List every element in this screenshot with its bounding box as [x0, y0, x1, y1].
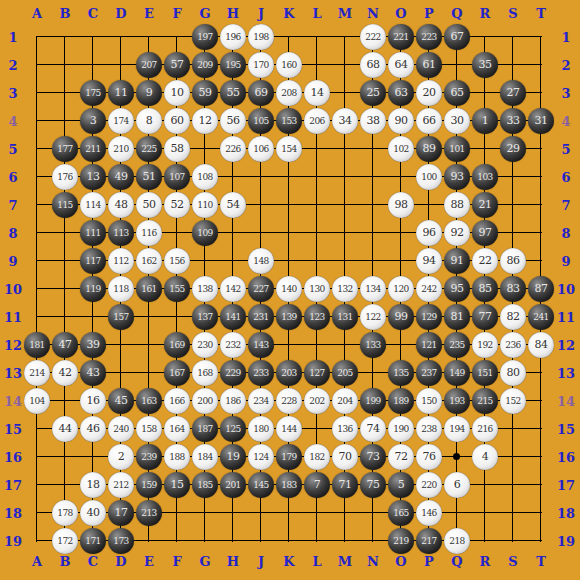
black-stone-P13[interactable]: 237	[416, 360, 442, 386]
white-stone-K5[interactable]: 154	[276, 136, 302, 162]
white-stone-B15[interactable]: 44	[52, 416, 78, 442]
intersection-H10[interactable]: 142	[219, 275, 247, 303]
black-stone-O19[interactable]: 219	[388, 528, 414, 554]
intersection-R4[interactable]: 1	[471, 107, 499, 135]
intersection-K17[interactable]: 183	[275, 471, 303, 499]
white-stone-F4[interactable]: 60	[164, 108, 190, 134]
intersection-E4[interactable]: 8	[135, 107, 163, 135]
black-stone-O17[interactable]: 5	[388, 472, 414, 498]
white-stone-B18[interactable]: 178	[52, 500, 78, 526]
intersection-H12[interactable]: 232	[219, 331, 247, 359]
intersection-R15[interactable]: 216	[471, 415, 499, 443]
intersection-R10[interactable]: 85	[471, 275, 499, 303]
intersection-N15[interactable]: 74	[359, 415, 387, 443]
intersection-E18[interactable]: 213	[135, 499, 163, 527]
black-stone-R2[interactable]: 35	[472, 52, 498, 78]
intersection-H19[interactable]	[219, 527, 247, 555]
black-stone-R14[interactable]: 215	[472, 388, 498, 414]
intersection-T17[interactable]	[527, 471, 555, 499]
white-stone-P15[interactable]: 238	[416, 416, 442, 442]
intersection-H18[interactable]	[219, 499, 247, 527]
black-stone-K11[interactable]: 139	[276, 304, 302, 330]
intersection-N2[interactable]: 68	[359, 51, 387, 79]
intersection-O3[interactable]: 63	[387, 79, 415, 107]
intersection-Q5[interactable]: 101	[443, 135, 471, 163]
intersection-H11[interactable]: 141	[219, 303, 247, 331]
intersection-B17[interactable]	[51, 471, 79, 499]
intersection-F1[interactable]	[163, 23, 191, 51]
intersection-H8[interactable]	[219, 219, 247, 247]
intersection-O7[interactable]: 98	[387, 191, 415, 219]
intersection-N16[interactable]: 73	[359, 443, 387, 471]
black-stone-E2[interactable]: 207	[136, 52, 162, 78]
intersection-N5[interactable]	[359, 135, 387, 163]
intersection-Q13[interactable]: 149	[443, 359, 471, 387]
intersection-R5[interactable]	[471, 135, 499, 163]
intersection-K19[interactable]	[275, 527, 303, 555]
white-stone-D5[interactable]: 210	[108, 136, 134, 162]
black-stone-C4[interactable]: 3	[80, 108, 106, 134]
black-stone-L11[interactable]: 123	[304, 304, 330, 330]
black-stone-B7[interactable]: 115	[52, 192, 78, 218]
intersection-F13[interactable]: 167	[163, 359, 191, 387]
intersection-P17[interactable]: 220	[415, 471, 443, 499]
intersection-D5[interactable]: 210	[107, 135, 135, 163]
intersection-R7[interactable]: 21	[471, 191, 499, 219]
intersection-G18[interactable]	[191, 499, 219, 527]
black-stone-G1[interactable]: 197	[192, 24, 218, 50]
intersection-P4[interactable]: 66	[415, 107, 443, 135]
white-stone-S12[interactable]: 236	[500, 332, 526, 358]
intersection-E17[interactable]: 159	[135, 471, 163, 499]
intersection-S18[interactable]	[499, 499, 527, 527]
intersection-O10[interactable]: 120	[387, 275, 415, 303]
black-stone-G17[interactable]: 185	[192, 472, 218, 498]
intersection-E10[interactable]: 161	[135, 275, 163, 303]
intersection-F5[interactable]: 58	[163, 135, 191, 163]
black-stone-B5[interactable]: 177	[52, 136, 78, 162]
intersection-L2[interactable]	[303, 51, 331, 79]
white-stone-F3[interactable]: 10	[164, 80, 190, 106]
black-stone-T4[interactable]: 31	[528, 108, 554, 134]
white-stone-P3[interactable]: 20	[416, 80, 442, 106]
black-stone-F6[interactable]: 107	[164, 164, 190, 190]
white-stone-J9[interactable]: 148	[248, 248, 274, 274]
intersection-Q6[interactable]: 93	[443, 163, 471, 191]
intersection-S13[interactable]: 80	[499, 359, 527, 387]
white-stone-A14[interactable]: 104	[24, 388, 50, 414]
white-stone-P16[interactable]: 76	[416, 444, 442, 470]
black-stone-D3[interactable]: 11	[108, 80, 134, 106]
intersection-G12[interactable]: 230	[191, 331, 219, 359]
intersection-S8[interactable]	[499, 219, 527, 247]
intersection-D13[interactable]	[107, 359, 135, 387]
intersection-N13[interactable]	[359, 359, 387, 387]
white-stone-G10[interactable]: 138	[192, 276, 218, 302]
white-stone-E15[interactable]: 158	[136, 416, 162, 442]
intersection-A2[interactable]	[23, 51, 51, 79]
black-stone-N12[interactable]: 133	[360, 332, 386, 358]
intersection-H5[interactable]: 226	[219, 135, 247, 163]
intersection-J2[interactable]: 170	[247, 51, 275, 79]
black-stone-H15[interactable]: 125	[220, 416, 246, 442]
white-stone-C7[interactable]: 114	[80, 192, 106, 218]
intersection-Q4[interactable]: 30	[443, 107, 471, 135]
intersection-T8[interactable]	[527, 219, 555, 247]
white-stone-N1[interactable]: 222	[360, 24, 386, 50]
intersection-C4[interactable]: 3	[79, 107, 107, 135]
intersection-L5[interactable]	[303, 135, 331, 163]
intersection-K3[interactable]: 208	[275, 79, 303, 107]
intersection-A4[interactable]	[23, 107, 51, 135]
white-stone-D16[interactable]: 2	[108, 444, 134, 470]
white-stone-E7[interactable]: 50	[136, 192, 162, 218]
intersection-S16[interactable]	[499, 443, 527, 471]
black-stone-J17[interactable]: 145	[248, 472, 274, 498]
black-stone-O18[interactable]: 165	[388, 500, 414, 526]
intersection-K11[interactable]: 139	[275, 303, 303, 331]
intersection-G9[interactable]	[191, 247, 219, 275]
white-stone-K15[interactable]: 144	[276, 416, 302, 442]
intersection-D12[interactable]	[107, 331, 135, 359]
black-stone-J11[interactable]: 231	[248, 304, 274, 330]
intersection-C8[interactable]: 111	[79, 219, 107, 247]
black-stone-E6[interactable]: 51	[136, 164, 162, 190]
intersection-Q9[interactable]: 91	[443, 247, 471, 275]
intersection-M5[interactable]	[331, 135, 359, 163]
black-stone-Q11[interactable]: 81	[444, 304, 470, 330]
intersection-Q11[interactable]: 81	[443, 303, 471, 331]
intersection-A19[interactable]	[23, 527, 51, 555]
intersection-D19[interactable]: 173	[107, 527, 135, 555]
intersection-S3[interactable]: 27	[499, 79, 527, 107]
intersection-P19[interactable]: 217	[415, 527, 443, 555]
intersection-C12[interactable]: 39	[79, 331, 107, 359]
black-stone-D18[interactable]: 17	[108, 500, 134, 526]
black-stone-T11[interactable]: 241	[528, 304, 554, 330]
black-stone-H13[interactable]: 229	[220, 360, 246, 386]
intersection-L1[interactable]	[303, 23, 331, 51]
intersection-G5[interactable]	[191, 135, 219, 163]
intersection-H4[interactable]: 56	[219, 107, 247, 135]
white-stone-L4[interactable]: 206	[304, 108, 330, 134]
white-stone-B6[interactable]: 176	[52, 164, 78, 190]
white-stone-L16[interactable]: 182	[304, 444, 330, 470]
black-stone-F13[interactable]: 167	[164, 360, 190, 386]
intersection-J15[interactable]: 180	[247, 415, 275, 443]
intersection-O14[interactable]: 189	[387, 387, 415, 415]
intersection-A6[interactable]	[23, 163, 51, 191]
intersection-P8[interactable]: 96	[415, 219, 443, 247]
white-stone-M16[interactable]: 70	[332, 444, 358, 470]
intersection-O4[interactable]: 90	[387, 107, 415, 135]
intersection-C7[interactable]: 114	[79, 191, 107, 219]
white-stone-D17[interactable]: 212	[108, 472, 134, 498]
intersection-A5[interactable]	[23, 135, 51, 163]
white-stone-N4[interactable]: 38	[360, 108, 386, 134]
intersection-J18[interactable]	[247, 499, 275, 527]
intersection-N18[interactable]	[359, 499, 387, 527]
intersection-K16[interactable]: 179	[275, 443, 303, 471]
intersection-J19[interactable]	[247, 527, 275, 555]
white-stone-G14[interactable]: 200	[192, 388, 218, 414]
intersection-B10[interactable]	[51, 275, 79, 303]
intersection-H7[interactable]: 54	[219, 191, 247, 219]
intersection-F10[interactable]: 155	[163, 275, 191, 303]
intersection-K9[interactable]	[275, 247, 303, 275]
intersection-D8[interactable]: 113	[107, 219, 135, 247]
white-stone-C14[interactable]: 16	[80, 388, 106, 414]
white-stone-H12[interactable]: 232	[220, 332, 246, 358]
intersection-J8[interactable]	[247, 219, 275, 247]
intersection-T2[interactable]	[527, 51, 555, 79]
white-stone-N11[interactable]: 122	[360, 304, 386, 330]
intersection-C3[interactable]: 175	[79, 79, 107, 107]
intersection-L13[interactable]: 127	[303, 359, 331, 387]
intersection-L9[interactable]	[303, 247, 331, 275]
intersection-M8[interactable]	[331, 219, 359, 247]
black-stone-O13[interactable]: 135	[388, 360, 414, 386]
black-stone-A12[interactable]: 181	[24, 332, 50, 358]
white-stone-M10[interactable]: 132	[332, 276, 358, 302]
intersection-D9[interactable]: 112	[107, 247, 135, 275]
intersection-R6[interactable]: 103	[471, 163, 499, 191]
intersection-R8[interactable]: 97	[471, 219, 499, 247]
white-stone-Q4[interactable]: 30	[444, 108, 470, 134]
intersection-P15[interactable]: 238	[415, 415, 443, 443]
intersection-M19[interactable]	[331, 527, 359, 555]
black-stone-F17[interactable]: 15	[164, 472, 190, 498]
intersection-S1[interactable]	[499, 23, 527, 51]
intersection-K6[interactable]	[275, 163, 303, 191]
intersection-O13[interactable]: 135	[387, 359, 415, 387]
intersection-F15[interactable]: 164	[163, 415, 191, 443]
intersection-C10[interactable]: 119	[79, 275, 107, 303]
intersection-B1[interactable]	[51, 23, 79, 51]
intersection-R13[interactable]: 151	[471, 359, 499, 387]
intersection-S12[interactable]: 236	[499, 331, 527, 359]
white-stone-R15[interactable]: 216	[472, 416, 498, 442]
black-stone-D19[interactable]: 173	[108, 528, 134, 554]
intersection-Q8[interactable]: 92	[443, 219, 471, 247]
intersection-O2[interactable]: 64	[387, 51, 415, 79]
intersection-B3[interactable]	[51, 79, 79, 107]
intersection-M6[interactable]	[331, 163, 359, 191]
white-stone-G16[interactable]: 184	[192, 444, 218, 470]
white-stone-K3[interactable]: 208	[276, 80, 302, 106]
intersection-Q14[interactable]: 193	[443, 387, 471, 415]
intersection-L4[interactable]: 206	[303, 107, 331, 135]
intersection-Q2[interactable]	[443, 51, 471, 79]
black-stone-D11[interactable]: 157	[108, 304, 134, 330]
black-stone-R7[interactable]: 21	[472, 192, 498, 218]
intersection-T12[interactable]: 84	[527, 331, 555, 359]
intersection-T11[interactable]: 241	[527, 303, 555, 331]
intersection-Q1[interactable]: 67	[443, 23, 471, 51]
black-stone-H17[interactable]: 201	[220, 472, 246, 498]
intersection-R19[interactable]	[471, 527, 499, 555]
intersection-S5[interactable]: 29	[499, 135, 527, 163]
white-stone-Q15[interactable]: 194	[444, 416, 470, 442]
intersection-E19[interactable]	[135, 527, 163, 555]
black-stone-M13[interactable]: 205	[332, 360, 358, 386]
intersection-S2[interactable]	[499, 51, 527, 79]
intersection-B16[interactable]	[51, 443, 79, 471]
black-stone-F2[interactable]: 57	[164, 52, 190, 78]
intersection-O6[interactable]	[387, 163, 415, 191]
intersection-C9[interactable]: 117	[79, 247, 107, 275]
white-stone-G13[interactable]: 168	[192, 360, 218, 386]
black-stone-P11[interactable]: 129	[416, 304, 442, 330]
intersection-E15[interactable]: 158	[135, 415, 163, 443]
intersection-C2[interactable]	[79, 51, 107, 79]
white-stone-E9[interactable]: 162	[136, 248, 162, 274]
black-stone-K13[interactable]: 203	[276, 360, 302, 386]
intersection-K5[interactable]: 154	[275, 135, 303, 163]
intersection-S15[interactable]	[499, 415, 527, 443]
intersection-B11[interactable]	[51, 303, 79, 331]
white-stone-F9[interactable]: 156	[164, 248, 190, 274]
white-stone-E4[interactable]: 8	[136, 108, 162, 134]
intersection-C19[interactable]: 171	[79, 527, 107, 555]
black-stone-D6[interactable]: 49	[108, 164, 134, 190]
black-stone-J12[interactable]: 143	[248, 332, 274, 358]
intersection-R16[interactable]: 4	[471, 443, 499, 471]
black-stone-S10[interactable]: 83	[500, 276, 526, 302]
intersection-O9[interactable]	[387, 247, 415, 275]
intersection-C5[interactable]: 211	[79, 135, 107, 163]
intersection-H17[interactable]: 201	[219, 471, 247, 499]
intersection-G17[interactable]: 185	[191, 471, 219, 499]
intersection-S7[interactable]	[499, 191, 527, 219]
intersection-D2[interactable]	[107, 51, 135, 79]
black-stone-Q13[interactable]: 149	[444, 360, 470, 386]
intersection-G3[interactable]: 59	[191, 79, 219, 107]
white-stone-G12[interactable]: 230	[192, 332, 218, 358]
black-stone-E5[interactable]: 225	[136, 136, 162, 162]
intersection-N3[interactable]: 25	[359, 79, 387, 107]
intersection-P6[interactable]: 100	[415, 163, 443, 191]
intersection-K4[interactable]: 153	[275, 107, 303, 135]
intersection-M7[interactable]	[331, 191, 359, 219]
intersection-G19[interactable]	[191, 527, 219, 555]
intersection-O18[interactable]: 165	[387, 499, 415, 527]
intersection-A8[interactable]	[23, 219, 51, 247]
intersection-L7[interactable]	[303, 191, 331, 219]
white-stone-O15[interactable]: 190	[388, 416, 414, 442]
intersection-K1[interactable]	[275, 23, 303, 51]
intersection-G10[interactable]: 138	[191, 275, 219, 303]
white-stone-H1[interactable]: 196	[220, 24, 246, 50]
white-stone-H14[interactable]: 186	[220, 388, 246, 414]
white-stone-K2[interactable]: 160	[276, 52, 302, 78]
intersection-M16[interactable]: 70	[331, 443, 359, 471]
intersection-E5[interactable]: 225	[135, 135, 163, 163]
intersection-B12[interactable]: 47	[51, 331, 79, 359]
intersection-G6[interactable]: 108	[191, 163, 219, 191]
black-stone-Q6[interactable]: 93	[444, 164, 470, 190]
intersection-N7[interactable]	[359, 191, 387, 219]
intersection-A1[interactable]	[23, 23, 51, 51]
intersection-L11[interactable]: 123	[303, 303, 331, 331]
intersection-L12[interactable]	[303, 331, 331, 359]
intersection-F14[interactable]: 166	[163, 387, 191, 415]
white-stone-M14[interactable]: 204	[332, 388, 358, 414]
intersection-H13[interactable]: 229	[219, 359, 247, 387]
intersection-T1[interactable]	[527, 23, 555, 51]
intersection-A10[interactable]	[23, 275, 51, 303]
intersection-B9[interactable]	[51, 247, 79, 275]
intersection-R18[interactable]	[471, 499, 499, 527]
intersection-F11[interactable]	[163, 303, 191, 331]
intersection-L8[interactable]	[303, 219, 331, 247]
intersection-B2[interactable]	[51, 51, 79, 79]
intersection-O17[interactable]: 5	[387, 471, 415, 499]
black-stone-R13[interactable]: 151	[472, 360, 498, 386]
intersection-N6[interactable]	[359, 163, 387, 191]
black-stone-G3[interactable]: 59	[192, 80, 218, 106]
black-stone-Q1[interactable]: 67	[444, 24, 470, 50]
intersection-M1[interactable]	[331, 23, 359, 51]
intersection-G1[interactable]: 197	[191, 23, 219, 51]
intersection-N12[interactable]: 133	[359, 331, 387, 359]
black-stone-F10[interactable]: 155	[164, 276, 190, 302]
white-stone-P17[interactable]: 220	[416, 472, 442, 498]
intersection-M17[interactable]: 71	[331, 471, 359, 499]
intersection-E2[interactable]: 207	[135, 51, 163, 79]
white-stone-S11[interactable]: 82	[500, 304, 526, 330]
black-stone-C12[interactable]: 39	[80, 332, 106, 358]
black-stone-R6[interactable]: 103	[472, 164, 498, 190]
intersection-D18[interactable]: 17	[107, 499, 135, 527]
black-stone-L13[interactable]: 127	[304, 360, 330, 386]
black-stone-M11[interactable]: 131	[332, 304, 358, 330]
white-stone-D9[interactable]: 112	[108, 248, 134, 274]
black-stone-E17[interactable]: 159	[136, 472, 162, 498]
white-stone-D7[interactable]: 48	[108, 192, 134, 218]
intersection-H15[interactable]: 125	[219, 415, 247, 443]
white-stone-H7[interactable]: 54	[220, 192, 246, 218]
white-stone-H10[interactable]: 142	[220, 276, 246, 302]
white-stone-O7[interactable]: 98	[388, 192, 414, 218]
white-stone-R16[interactable]: 4	[472, 444, 498, 470]
intersection-S6[interactable]	[499, 163, 527, 191]
intersection-T4[interactable]: 31	[527, 107, 555, 135]
black-stone-C3[interactable]: 175	[80, 80, 106, 106]
intersection-N9[interactable]	[359, 247, 387, 275]
black-stone-O14[interactable]: 189	[388, 388, 414, 414]
intersection-T3[interactable]	[527, 79, 555, 107]
intersection-T6[interactable]	[527, 163, 555, 191]
intersection-P3[interactable]: 20	[415, 79, 443, 107]
intersection-T5[interactable]	[527, 135, 555, 163]
white-stone-M4[interactable]: 34	[332, 108, 358, 134]
intersection-J16[interactable]: 124	[247, 443, 275, 471]
intersection-R14[interactable]: 215	[471, 387, 499, 415]
intersection-B7[interactable]: 115	[51, 191, 79, 219]
intersection-C15[interactable]: 46	[79, 415, 107, 443]
intersection-S19[interactable]	[499, 527, 527, 555]
intersection-A18[interactable]	[23, 499, 51, 527]
intersection-Q7[interactable]: 88	[443, 191, 471, 219]
intersection-N17[interactable]: 75	[359, 471, 387, 499]
intersection-B13[interactable]: 42	[51, 359, 79, 387]
white-stone-O5[interactable]: 102	[388, 136, 414, 162]
intersection-T18[interactable]	[527, 499, 555, 527]
white-stone-O10[interactable]: 120	[388, 276, 414, 302]
white-stone-J14[interactable]: 234	[248, 388, 274, 414]
black-stone-C5[interactable]: 211	[80, 136, 106, 162]
